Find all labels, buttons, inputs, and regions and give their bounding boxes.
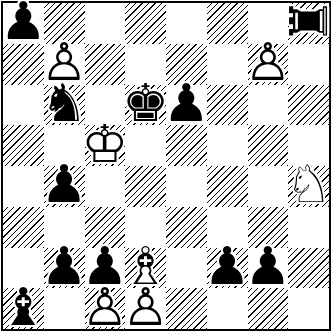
piece-glyph: ♟ [41,158,88,210]
square-d1[interactable]: ♟♙ [125,288,166,329]
square-g4[interactable] [248,166,289,207]
piece-glyph: ♝ [0,281,47,332]
square-h7[interactable] [288,44,329,85]
square-c5[interactable]: ♚♔ [85,125,126,166]
square-d8[interactable] [125,3,166,44]
square-a1[interactable]: ♝♝ [3,288,44,329]
square-h6[interactable] [288,85,329,126]
square-b6[interactable]: ♞♞ [44,85,85,126]
square-e3[interactable] [166,207,207,248]
piece-glyph: ♟ [163,77,210,129]
piece-black-pawn-f2[interactable]: ♟♟ [207,248,248,289]
piece-black-rook-h8[interactable]: ♜♜ [288,3,329,44]
screenshot-stage: ♟♟♜♜♟♙♟♙♞♞♚♚♟♟♚♔♟♟♞♘♟♟♟♟♝♗♟♟♟♟♝♝♟♙♟♙ [0,0,332,332]
square-f5[interactable] [207,125,248,166]
square-c8[interactable] [85,3,126,44]
square-g7[interactable]: ♟♙ [248,44,289,85]
piece-black-pawn-e6[interactable]: ♟♟ [166,85,207,126]
piece-white-pawn-g7[interactable]: ♟♙ [248,44,289,85]
square-a6[interactable] [3,85,44,126]
square-f6[interactable] [207,85,248,126]
square-h8[interactable]: ♜♜ [288,3,329,44]
piece-glyph: ♟ [0,0,47,47]
square-b2[interactable]: ♟♟ [44,248,85,289]
piece-glyph: ♔ [82,118,129,170]
piece-white-king-c5[interactable]: ♚♔ [85,125,126,166]
piece-glyph: ♙ [245,36,292,88]
piece-white-pawn-d1[interactable]: ♟♙ [125,288,166,329]
square-e8[interactable] [166,3,207,44]
square-d6[interactable]: ♚♚ [125,85,166,126]
square-f7[interactable] [207,44,248,85]
square-a3[interactable] [3,207,44,248]
square-e6[interactable]: ♟♟ [166,85,207,126]
piece-glyph: ♟ [204,240,251,292]
piece-glyph: ♟ [41,240,88,292]
piece-glyph: ♙ [82,281,129,332]
square-h1[interactable] [288,288,329,329]
square-h2[interactable] [288,248,329,289]
square-d4[interactable] [125,166,166,207]
square-a8[interactable]: ♟♟ [3,3,44,44]
piece-glyph: ♞ [41,77,88,129]
piece-glyph: ♘ [285,158,332,210]
piece-black-king-d6[interactable]: ♚♚ [125,85,166,126]
piece-black-pawn-b4[interactable]: ♟♟ [44,166,85,207]
square-f2[interactable]: ♟♟ [207,248,248,289]
piece-black-bishop-a1[interactable]: ♝♝ [3,288,44,329]
square-a5[interactable] [3,125,44,166]
piece-black-pawn-b2[interactable]: ♟♟ [44,248,85,289]
piece-white-knight-h4[interactable]: ♞♘ [288,166,329,207]
square-g5[interactable] [248,125,289,166]
square-e4[interactable] [166,166,207,207]
piece-glyph: ♟ [245,240,292,292]
chess-board: ♟♟♜♜♟♙♟♙♞♞♚♚♟♟♚♔♟♟♞♘♟♟♟♟♝♗♟♟♟♟♝♝♟♙♟♙ [1,1,331,331]
piece-white-pawn-c1[interactable]: ♟♙ [85,288,126,329]
square-f8[interactable] [207,3,248,44]
square-b4[interactable]: ♟♟ [44,166,85,207]
square-g2[interactable]: ♟♟ [248,248,289,289]
piece-black-pawn-g2[interactable]: ♟♟ [248,248,289,289]
square-c7[interactable] [85,44,126,85]
square-e2[interactable] [166,248,207,289]
piece-black-knight-b6[interactable]: ♞♞ [44,85,85,126]
square-f4[interactable] [207,166,248,207]
square-h4[interactable]: ♞♘ [288,166,329,207]
square-c1[interactable]: ♟♙ [85,288,126,329]
piece-glyph: ♚ [122,77,169,129]
piece-black-pawn-a8[interactable]: ♟♟ [3,3,44,44]
square-a4[interactable] [3,166,44,207]
square-e1[interactable] [166,288,207,329]
piece-glyph: ♙ [122,281,169,332]
